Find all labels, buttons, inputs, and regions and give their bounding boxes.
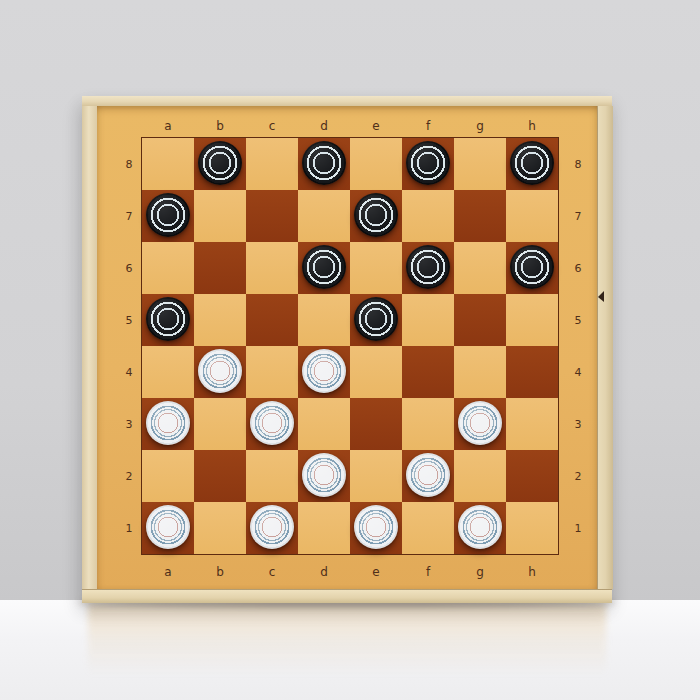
rank-label-4-left: 4 <box>120 346 138 398</box>
square-a3[interactable] <box>142 398 194 450</box>
rank-labels-right: 87654321 <box>569 138 587 554</box>
square-g6 <box>454 242 506 294</box>
square-g4 <box>454 346 506 398</box>
file-label-c-top: c <box>246 118 298 134</box>
file-label-f-top: f <box>402 118 454 134</box>
square-c1[interactable] <box>246 502 298 554</box>
square-a6 <box>142 242 194 294</box>
rank-label-2-left: 2 <box>120 450 138 502</box>
file-label-a-bottom: a <box>142 564 194 580</box>
square-b1 <box>194 502 246 554</box>
square-h2[interactable] <box>506 450 558 502</box>
square-a8 <box>142 138 194 190</box>
scene: abcdefgh abcdefgh 87654321 87654321 <box>0 0 700 700</box>
square-g7[interactable] <box>454 190 506 242</box>
white-man-e1[interactable] <box>354 505 398 549</box>
square-a7[interactable] <box>142 190 194 242</box>
square-d5 <box>298 294 350 346</box>
square-a2 <box>142 450 194 502</box>
square-c8 <box>246 138 298 190</box>
white-man-a1[interactable] <box>146 505 190 549</box>
square-e4 <box>350 346 402 398</box>
square-d6[interactable] <box>298 242 350 294</box>
square-e7[interactable] <box>350 190 402 242</box>
square-d1 <box>298 502 350 554</box>
rank-label-6-left: 6 <box>120 242 138 294</box>
square-c4 <box>246 346 298 398</box>
square-f4[interactable] <box>402 346 454 398</box>
square-h4[interactable] <box>506 346 558 398</box>
white-man-d4[interactable] <box>302 349 346 393</box>
file-labels-bottom: abcdefgh <box>142 564 558 580</box>
square-e6 <box>350 242 402 294</box>
white-man-d2[interactable] <box>302 453 346 497</box>
square-h6[interactable] <box>506 242 558 294</box>
rank-label-7-left: 7 <box>120 190 138 242</box>
square-c6 <box>246 242 298 294</box>
black-man-e5[interactable] <box>354 297 398 341</box>
white-man-c3[interactable] <box>250 401 294 445</box>
white-man-b4[interactable] <box>198 349 242 393</box>
square-c2 <box>246 450 298 502</box>
square-d2[interactable] <box>298 450 350 502</box>
rank-label-1-right: 1 <box>569 502 587 554</box>
frame-rail-bottom <box>82 589 612 603</box>
file-label-g-bottom: g <box>454 564 506 580</box>
board-reflection <box>88 604 606 676</box>
file-label-e-bottom: e <box>350 564 402 580</box>
square-f2[interactable] <box>402 450 454 502</box>
square-d3 <box>298 398 350 450</box>
file-label-a-top: a <box>142 118 194 134</box>
square-g3[interactable] <box>454 398 506 450</box>
square-g2 <box>454 450 506 502</box>
black-man-a7[interactable] <box>146 193 190 237</box>
frame-rail-right <box>597 106 613 589</box>
square-g5[interactable] <box>454 294 506 346</box>
square-f1 <box>402 502 454 554</box>
square-e8 <box>350 138 402 190</box>
square-a5[interactable] <box>142 294 194 346</box>
square-b6[interactable] <box>194 242 246 294</box>
square-b8[interactable] <box>194 138 246 190</box>
white-man-f2[interactable] <box>406 453 450 497</box>
rank-label-3-right: 3 <box>569 398 587 450</box>
square-h1 <box>506 502 558 554</box>
black-man-f6[interactable] <box>406 245 450 289</box>
square-h8[interactable] <box>506 138 558 190</box>
file-label-g-top: g <box>454 118 506 134</box>
checkers-grid <box>141 137 559 555</box>
rank-label-3-left: 3 <box>120 398 138 450</box>
black-man-h6[interactable] <box>510 245 554 289</box>
file-label-h-top: h <box>506 118 558 134</box>
file-label-f-bottom: f <box>402 564 454 580</box>
rank-label-5-left: 5 <box>120 294 138 346</box>
square-f8[interactable] <box>402 138 454 190</box>
black-man-h8[interactable] <box>510 141 554 185</box>
rank-label-4-right: 4 <box>569 346 587 398</box>
rank-label-7-right: 7 <box>569 190 587 242</box>
square-h5 <box>506 294 558 346</box>
demonstration-board: abcdefgh abcdefgh 87654321 87654321 <box>82 96 612 602</box>
square-b5 <box>194 294 246 346</box>
square-e1[interactable] <box>350 502 402 554</box>
square-d8[interactable] <box>298 138 350 190</box>
black-man-a5[interactable] <box>146 297 190 341</box>
file-label-e-top: e <box>350 118 402 134</box>
square-f3 <box>402 398 454 450</box>
square-h7 <box>506 190 558 242</box>
white-man-a3[interactable] <box>146 401 190 445</box>
square-e2 <box>350 450 402 502</box>
rank-label-5-right: 5 <box>569 294 587 346</box>
file-label-h-bottom: h <box>506 564 558 580</box>
square-b7 <box>194 190 246 242</box>
rank-label-8-left: 8 <box>120 138 138 190</box>
rank-label-8-right: 8 <box>569 138 587 190</box>
frame-rail-left <box>82 106 98 589</box>
square-f7 <box>402 190 454 242</box>
file-label-c-bottom: c <box>246 564 298 580</box>
square-b2[interactable] <box>194 450 246 502</box>
white-man-g3[interactable] <box>458 401 502 445</box>
square-f5 <box>402 294 454 346</box>
rank-label-6-right: 6 <box>569 242 587 294</box>
square-b3 <box>194 398 246 450</box>
square-f6[interactable] <box>402 242 454 294</box>
file-label-d-bottom: d <box>298 564 350 580</box>
file-label-b-top: b <box>194 118 246 134</box>
square-e3[interactable] <box>350 398 402 450</box>
white-man-c1[interactable] <box>250 505 294 549</box>
square-h3 <box>506 398 558 450</box>
file-label-d-top: d <box>298 118 350 134</box>
black-man-e7[interactable] <box>354 193 398 237</box>
black-man-f8[interactable] <box>406 141 450 185</box>
square-c7[interactable] <box>246 190 298 242</box>
square-c3[interactable] <box>246 398 298 450</box>
rank-labels-left: 87654321 <box>120 138 138 554</box>
rank-label-2-right: 2 <box>569 450 587 502</box>
rank-label-1-left: 1 <box>120 502 138 554</box>
square-g8 <box>454 138 506 190</box>
black-man-b8[interactable] <box>198 141 242 185</box>
file-labels-top: abcdefgh <box>142 118 558 134</box>
square-d4[interactable] <box>298 346 350 398</box>
square-c5[interactable] <box>246 294 298 346</box>
square-e5[interactable] <box>350 294 402 346</box>
black-man-d8[interactable] <box>302 141 346 185</box>
white-man-g1[interactable] <box>458 505 502 549</box>
board-face: abcdefgh abcdefgh 87654321 87654321 <box>97 106 597 589</box>
square-b4[interactable] <box>194 346 246 398</box>
square-a4 <box>142 346 194 398</box>
square-d7 <box>298 190 350 242</box>
square-a1[interactable] <box>142 502 194 554</box>
file-label-b-bottom: b <box>194 564 246 580</box>
black-man-d6[interactable] <box>302 245 346 289</box>
square-g1[interactable] <box>454 502 506 554</box>
